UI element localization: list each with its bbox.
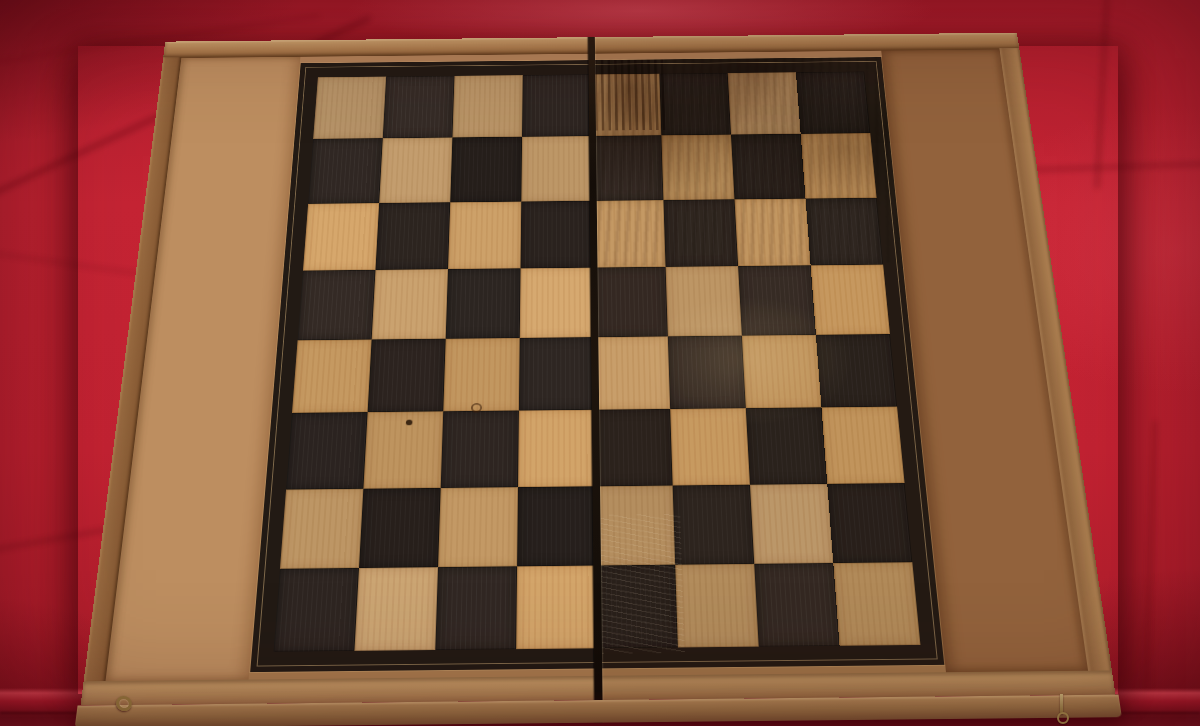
square-a6: [303, 203, 379, 271]
square-h4: [816, 334, 897, 407]
square-a1: [274, 568, 359, 652]
square-c2: [438, 487, 518, 567]
square-f6: [663, 199, 738, 267]
square-f2: [673, 484, 755, 564]
square-d4: [519, 337, 595, 411]
square-e7: [592, 135, 664, 200]
square-f1: [675, 564, 759, 648]
square-c5: [446, 268, 521, 339]
square-g3: [746, 408, 827, 485]
square-c7: [450, 137, 522, 202]
square-g4: [742, 335, 822, 409]
square-f3: [670, 408, 750, 485]
square-e6: [592, 200, 665, 268]
square-d2: [517, 486, 596, 566]
square-f4: [668, 336, 746, 410]
square-c3: [441, 411, 519, 488]
brass-hook-right: [1056, 694, 1066, 722]
square-b8: [383, 76, 455, 139]
square-e1: [596, 564, 678, 648]
square-b4: [368, 339, 446, 413]
brass-hook-stem: [1060, 694, 1063, 714]
square-e3: [595, 409, 673, 486]
square-d6: [521, 200, 594, 268]
square-b1: [354, 567, 438, 651]
square-d1: [516, 565, 597, 649]
square-g2: [750, 483, 833, 563]
square-c8: [452, 75, 522, 138]
square-e4: [594, 336, 670, 410]
square-b3: [363, 412, 443, 489]
board-tilt-wrapper: [0, 0, 1200, 726]
brass-hook-eye-icon: [1057, 712, 1069, 724]
square-f8: [659, 73, 731, 135]
brass-hook-left: [116, 696, 132, 711]
square-c6: [448, 201, 521, 269]
square-g1: [754, 563, 839, 647]
square-c1: [435, 566, 517, 650]
square-f7: [661, 135, 734, 200]
square-h3: [821, 407, 904, 484]
square-d5: [520, 267, 594, 338]
square-h6: [806, 197, 884, 265]
square-d7: [521, 136, 592, 201]
square-g5: [738, 265, 816, 335]
square-g7: [731, 134, 806, 199]
square-f5: [666, 266, 742, 337]
square-d8: [522, 74, 592, 137]
square-h5: [811, 264, 890, 334]
brass-hook-ring-icon: [114, 694, 134, 714]
square-h7: [801, 133, 877, 198]
square-g6: [734, 198, 810, 266]
square-g8: [728, 72, 801, 134]
photo-red-leather-sofa-scene: { "game": "antique folding chess / check…: [0, 0, 1200, 726]
square-a5: [298, 270, 376, 341]
game-board: [81, 33, 1116, 706]
square-e5: [593, 267, 668, 338]
square-b5: [372, 269, 448, 340]
square-e2: [595, 485, 675, 565]
square-a4: [292, 340, 372, 414]
square-b7: [379, 138, 452, 203]
square-a2: [280, 488, 363, 568]
square-c4: [443, 338, 519, 412]
square-a8: [313, 77, 386, 140]
square-h8: [796, 72, 870, 134]
square-d3: [518, 410, 595, 487]
square-b6: [375, 202, 450, 270]
square-h1: [833, 562, 920, 646]
square-a3: [286, 412, 368, 489]
square-e8: [591, 74, 661, 137]
square-a7: [308, 138, 383, 203]
square-h2: [827, 483, 912, 563]
square-b2: [359, 488, 441, 568]
